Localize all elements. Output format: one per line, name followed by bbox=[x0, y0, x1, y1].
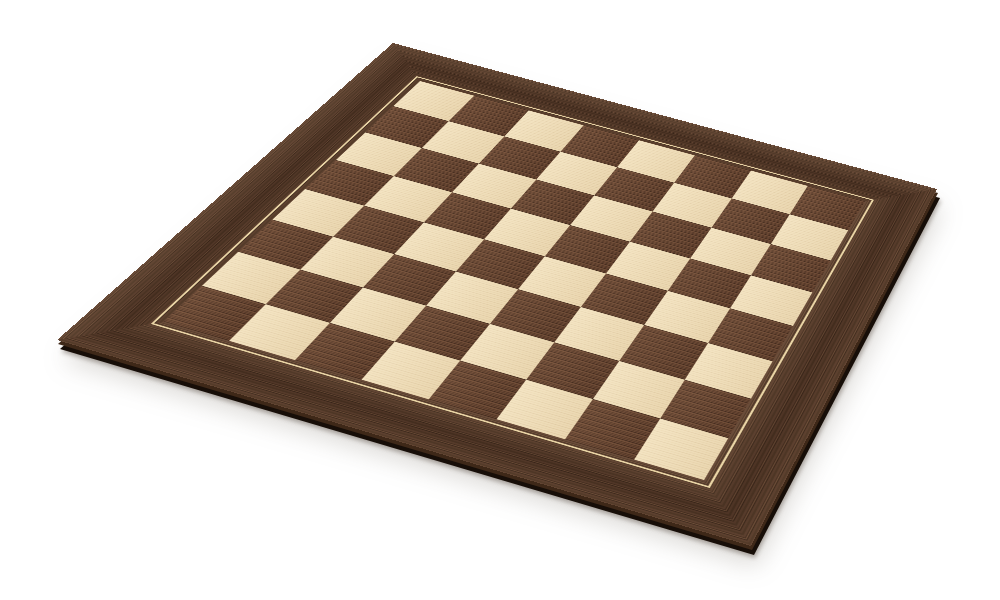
product-photo-stage bbox=[0, 0, 1000, 600]
